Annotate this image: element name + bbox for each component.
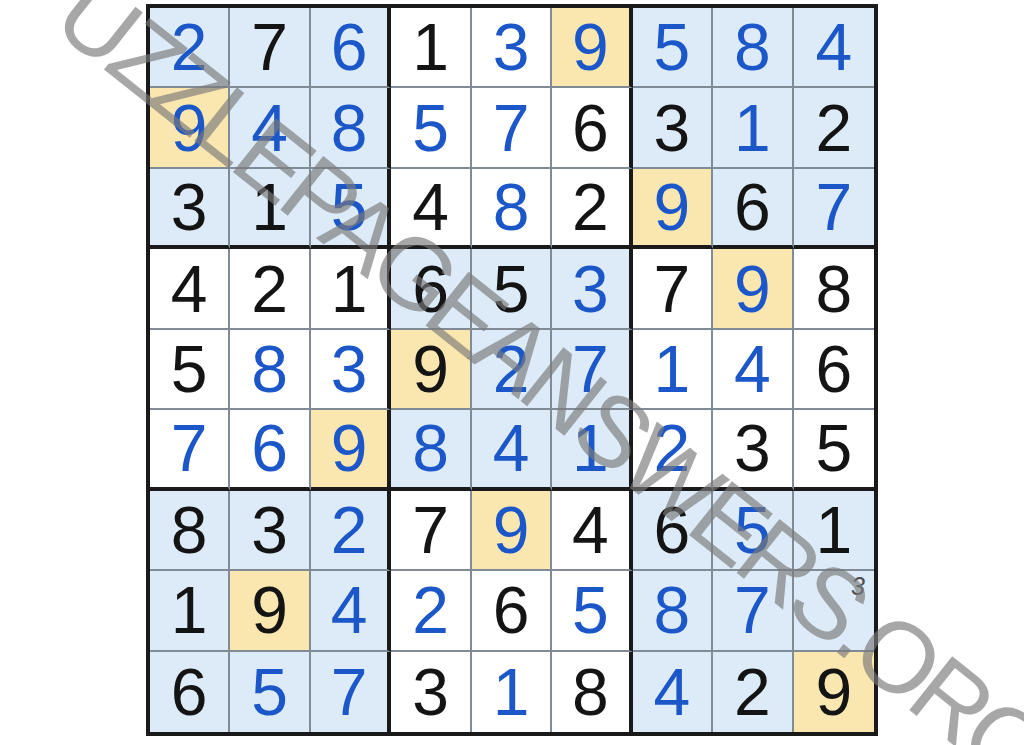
cell-r8c7[interactable]: 8 — [633, 571, 713, 651]
cell-r7c2[interactable]: 3 — [230, 491, 310, 571]
cell-digit: 3 — [572, 256, 609, 322]
cell-r3c7[interactable]: 9 — [633, 169, 713, 249]
cell-r5c8[interactable]: 4 — [713, 330, 793, 410]
cell-r4c6[interactable]: 3 — [552, 249, 632, 329]
cell-digit: 6 — [815, 336, 852, 402]
cell-r8c5[interactable]: 6 — [472, 571, 552, 651]
cell-r9c6[interactable]: 8 — [552, 652, 632, 732]
cell-digit: 2 — [331, 497, 368, 563]
cell-digit: 3 — [171, 174, 208, 240]
cell-digit: 3 — [493, 14, 530, 80]
cell-r2c5[interactable]: 7 — [472, 88, 552, 168]
cell-digit: 5 — [251, 659, 288, 725]
cell-digit: 4 — [734, 336, 771, 402]
cell-digit: 3 — [412, 659, 449, 725]
cell-r4c9[interactable]: 8 — [794, 249, 874, 329]
cell-r8c4[interactable]: 2 — [391, 571, 471, 651]
cell-r9c1[interactable]: 6 — [150, 652, 230, 732]
cell-digit: 2 — [734, 659, 771, 725]
cell-digit: 4 — [815, 14, 852, 80]
page: 2761395849485763123154829674216537985839… — [0, 0, 1024, 745]
cell-digit: 3 — [654, 95, 691, 161]
cell-digit: 4 — [331, 577, 368, 643]
cell-r4c7[interactable]: 7 — [633, 249, 713, 329]
cell-digit: 8 — [815, 256, 852, 322]
cell-r9c7[interactable]: 4 — [633, 652, 713, 732]
cell-digit: 1 — [171, 577, 208, 643]
cell-r3c9[interactable]: 7 — [794, 169, 874, 249]
cell-digit: 3 — [331, 336, 368, 402]
cell-r8c1[interactable]: 1 — [150, 571, 230, 651]
cell-digit: 2 — [412, 577, 449, 643]
cell-r3c6[interactable]: 2 — [552, 169, 632, 249]
cell-r6c2[interactable]: 6 — [230, 410, 310, 490]
cell-r9c8[interactable]: 2 — [713, 652, 793, 732]
cell-digit: 5 — [654, 14, 691, 80]
cell-digit: 7 — [654, 256, 691, 322]
cell-digit: 9 — [493, 497, 530, 563]
cell-r8c3[interactable]: 4 — [311, 571, 391, 651]
cell-digit: 6 — [171, 659, 208, 725]
cell-r7c5[interactable]: 9 — [472, 491, 552, 571]
cell-r2c9[interactable]: 2 — [794, 88, 874, 168]
cell-digit: 1 — [493, 659, 530, 725]
cell-digit: 8 — [493, 174, 530, 240]
cell-digit: 9 — [654, 174, 691, 240]
cell-digit: 5 — [171, 336, 208, 402]
cell-digit: 5 — [815, 415, 852, 481]
cell-digit: 1 — [654, 336, 691, 402]
cell-digit: 9 — [572, 14, 609, 80]
cell-r5c3[interactable]: 3 — [311, 330, 391, 410]
cell-digit: 9 — [734, 256, 771, 322]
cell-r1c8[interactable]: 8 — [713, 8, 793, 88]
cell-r6c4[interactable]: 8 — [391, 410, 471, 490]
cell-r8c6[interactable]: 5 — [552, 571, 632, 651]
cell-r1c9[interactable]: 4 — [794, 8, 874, 88]
cell-digit: 7 — [815, 174, 852, 240]
cell-r9c2[interactable]: 5 — [230, 652, 310, 732]
cell-digit: 2 — [815, 95, 852, 161]
cell-digit: 5 — [572, 577, 609, 643]
cell-digit: 7 — [493, 95, 530, 161]
cell-digit: 8 — [412, 415, 449, 481]
cell-r1c5[interactable]: 3 — [472, 8, 552, 88]
cell-r7c1[interactable]: 8 — [150, 491, 230, 571]
cell-r2c4[interactable]: 5 — [391, 88, 471, 168]
cell-digit: 4 — [572, 497, 609, 563]
cell-digit: 7 — [171, 415, 208, 481]
cell-digit: 7 — [331, 659, 368, 725]
cell-digit: 9 — [331, 415, 368, 481]
cell-r1c6[interactable]: 9 — [552, 8, 632, 88]
cell-r5c1[interactable]: 5 — [150, 330, 230, 410]
cell-r1c3[interactable]: 6 — [311, 8, 391, 88]
cell-r9c4[interactable]: 3 — [391, 652, 471, 732]
cell-digit: 2 — [572, 174, 609, 240]
cell-digit: 5 — [412, 95, 449, 161]
cell-digit: 4 — [654, 659, 691, 725]
cell-digit: 3 — [251, 497, 288, 563]
cell-digit: 6 — [572, 95, 609, 161]
cell-r6c3[interactable]: 9 — [311, 410, 391, 490]
cell-digit: 8 — [572, 659, 609, 725]
cell-r4c8[interactable]: 9 — [713, 249, 793, 329]
cell-r9c3[interactable]: 7 — [311, 652, 391, 732]
cell-r6c9[interactable]: 5 — [794, 410, 874, 490]
cell-digit: 2 — [251, 256, 288, 322]
cell-digit: 6 — [734, 174, 771, 240]
cell-r9c5[interactable]: 1 — [472, 652, 552, 732]
cell-r2c6[interactable]: 6 — [552, 88, 632, 168]
cell-digit: 6 — [331, 14, 368, 80]
cell-r2c7[interactable]: 3 — [633, 88, 713, 168]
cell-r2c8[interactable]: 1 — [713, 88, 793, 168]
cell-digit: 6 — [493, 577, 530, 643]
cell-digit: 8 — [734, 14, 771, 80]
cell-r7c3[interactable]: 2 — [311, 491, 391, 571]
cell-digit: 7 — [251, 14, 288, 80]
cell-r3c5[interactable]: 8 — [472, 169, 552, 249]
cell-r6c1[interactable]: 7 — [150, 410, 230, 490]
cell-r3c8[interactable]: 6 — [713, 169, 793, 249]
cell-r4c1[interactable]: 4 — [150, 249, 230, 329]
cell-digit: 8 — [654, 577, 691, 643]
cell-digit: 4 — [171, 256, 208, 322]
cell-r8c2[interactable]: 9 — [230, 571, 310, 651]
cell-r5c9[interactable]: 6 — [794, 330, 874, 410]
cell-digit: 9 — [251, 577, 288, 643]
cell-digit: 8 — [251, 336, 288, 402]
cell-digit: 8 — [171, 497, 208, 563]
cell-r4c2[interactable]: 2 — [230, 249, 310, 329]
cell-r1c4[interactable]: 1 — [391, 8, 471, 88]
cell-r5c2[interactable]: 8 — [230, 330, 310, 410]
cell-r1c7[interactable]: 5 — [633, 8, 713, 88]
cell-digit: 1 — [734, 95, 771, 161]
cell-digit: 6 — [251, 415, 288, 481]
cell-digit: 7 — [412, 497, 449, 563]
cell-r7c4[interactable]: 7 — [391, 491, 471, 571]
cell-digit: 1 — [412, 14, 449, 80]
